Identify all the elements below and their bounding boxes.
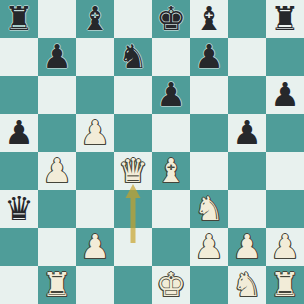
square-b3[interactable]	[38, 190, 76, 228]
square-b4[interactable]: ♟	[38, 152, 76, 190]
white-bishop[interactable]: ♝	[156, 152, 186, 190]
square-f6[interactable]	[190, 76, 228, 114]
square-b2[interactable]	[38, 228, 76, 266]
square-f1[interactable]	[190, 266, 228, 304]
square-f5[interactable]	[190, 114, 228, 152]
black-pawn[interactable]: ♟	[156, 76, 186, 114]
square-g6[interactable]	[228, 76, 266, 114]
square-b5[interactable]	[38, 114, 76, 152]
square-e2[interactable]	[152, 228, 190, 266]
white-king[interactable]: ♚	[156, 266, 186, 304]
square-b8[interactable]	[38, 0, 76, 38]
square-a3[interactable]: ♛	[0, 190, 38, 228]
square-c8[interactable]: ♝	[76, 0, 114, 38]
square-h2[interactable]: ♟	[266, 228, 304, 266]
white-pawn[interactable]: ♟	[42, 152, 72, 190]
square-f3[interactable]: ♞	[190, 190, 228, 228]
square-a1[interactable]	[0, 266, 38, 304]
square-b1[interactable]: ♜	[38, 266, 76, 304]
square-a8[interactable]: ♜	[0, 0, 38, 38]
square-d4[interactable]: ♛	[114, 152, 152, 190]
square-d6[interactable]	[114, 76, 152, 114]
square-c3[interactable]	[76, 190, 114, 228]
white-pawn[interactable]: ♟	[270, 228, 300, 266]
square-a2[interactable]	[0, 228, 38, 266]
square-e4[interactable]: ♝	[152, 152, 190, 190]
square-h5[interactable]	[266, 114, 304, 152]
square-h4[interactable]	[266, 152, 304, 190]
square-g4[interactable]	[228, 152, 266, 190]
black-bishop[interactable]: ♝	[194, 0, 224, 38]
square-e8[interactable]: ♚	[152, 0, 190, 38]
white-pawn[interactable]: ♟	[194, 228, 224, 266]
square-f8[interactable]: ♝	[190, 0, 228, 38]
square-g2[interactable]: ♟	[228, 228, 266, 266]
square-d8[interactable]	[114, 0, 152, 38]
black-bishop[interactable]: ♝	[80, 0, 110, 38]
square-h6[interactable]: ♟	[266, 76, 304, 114]
white-rook[interactable]: ♜	[270, 266, 300, 304]
white-rook[interactable]: ♜	[42, 266, 72, 304]
board-squares: ♜♝♚♝♜♟♞♟♟♟♟♟♟♟♛♝♛♞♟♟♟♟♜♚♞♜	[0, 0, 304, 304]
square-f7[interactable]: ♟	[190, 38, 228, 76]
square-d7[interactable]: ♞	[114, 38, 152, 76]
square-a6[interactable]	[0, 76, 38, 114]
black-pawn[interactable]: ♟	[42, 38, 72, 76]
square-a4[interactable]	[0, 152, 38, 190]
square-e3[interactable]	[152, 190, 190, 228]
white-pawn[interactable]: ♟	[80, 114, 110, 152]
white-knight[interactable]: ♞	[194, 190, 224, 228]
square-d3[interactable]	[114, 190, 152, 228]
square-d5[interactable]	[114, 114, 152, 152]
square-c7[interactable]	[76, 38, 114, 76]
square-e5[interactable]	[152, 114, 190, 152]
square-c4[interactable]	[76, 152, 114, 190]
square-g5[interactable]: ♟	[228, 114, 266, 152]
black-pawn[interactable]: ♟	[4, 114, 34, 152]
square-d2[interactable]	[114, 228, 152, 266]
black-queen[interactable]: ♛	[4, 190, 34, 228]
square-g1[interactable]: ♞	[228, 266, 266, 304]
square-h7[interactable]	[266, 38, 304, 76]
square-c5[interactable]: ♟	[76, 114, 114, 152]
black-pawn[interactable]: ♟	[270, 76, 300, 114]
white-knight[interactable]: ♞	[232, 266, 262, 304]
square-a7[interactable]	[0, 38, 38, 76]
black-rook[interactable]: ♜	[4, 0, 34, 38]
square-g8[interactable]	[228, 0, 266, 38]
black-pawn[interactable]: ♟	[232, 114, 262, 152]
black-knight[interactable]: ♞	[118, 38, 148, 76]
square-f2[interactable]: ♟	[190, 228, 228, 266]
black-pawn[interactable]: ♟	[194, 38, 224, 76]
square-h3[interactable]	[266, 190, 304, 228]
square-a5[interactable]: ♟	[0, 114, 38, 152]
square-c2[interactable]: ♟	[76, 228, 114, 266]
square-c6[interactable]	[76, 76, 114, 114]
square-h8[interactable]: ♜	[266, 0, 304, 38]
square-c1[interactable]	[76, 266, 114, 304]
white-pawn[interactable]: ♟	[232, 228, 262, 266]
square-d1[interactable]	[114, 266, 152, 304]
black-rook[interactable]: ♜	[270, 0, 300, 38]
square-g7[interactable]	[228, 38, 266, 76]
square-h1[interactable]: ♜	[266, 266, 304, 304]
white-pawn[interactable]: ♟	[80, 228, 110, 266]
square-e7[interactable]	[152, 38, 190, 76]
square-e1[interactable]: ♚	[152, 266, 190, 304]
square-b7[interactable]: ♟	[38, 38, 76, 76]
white-queen[interactable]: ♛	[118, 152, 148, 190]
chess-board: ♜♝♚♝♜♟♞♟♟♟♟♟♟♟♛♝♛♞♟♟♟♟♜♚♞♜	[0, 0, 304, 304]
square-b6[interactable]	[38, 76, 76, 114]
square-g3[interactable]	[228, 190, 266, 228]
square-f4[interactable]	[190, 152, 228, 190]
black-king[interactable]: ♚	[156, 0, 186, 38]
square-e6[interactable]: ♟	[152, 76, 190, 114]
